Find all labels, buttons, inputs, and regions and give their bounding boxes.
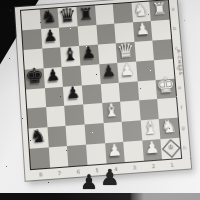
piece-black-N-g8: ♞ [30,127,47,146]
square-c8 [23,48,43,69]
piece-white-N-a2: ♞ [132,1,149,20]
piece-black-K-d8: ♚ [24,65,44,87]
light-specks [0,0,1,1]
coordinate-label-2: 2 [144,161,163,171]
square-h4: ♟ [105,142,125,164]
square-a8 [21,9,41,30]
square-h1: ♔ [161,138,181,159]
piece-white-P-h4: ♟ [107,143,123,160]
piece-black-R-a5: ♜ [78,5,94,23]
coordinate-label-h: h [179,137,190,158]
square-g2: ♝ [140,119,160,140]
chess-board: ♞♛♜♞♜♟♟♝♟♛♚♟♟♟♟♚♝♞♝♞♟♟♔ 87654321 abcdefg… [15,0,191,181]
square-d1 [154,59,174,80]
square-b7: ♟ [41,28,61,49]
piece-white-N-g1: ♞ [160,117,178,136]
square-e3 [119,81,139,102]
piece-black-B-c6: ♝ [62,45,79,64]
square-f1 [158,98,178,119]
square-d7: ♟ [43,67,63,88]
square-a3 [113,3,133,24]
captured-black-pawn: ♟ [100,167,120,189]
square-b6 [59,26,79,47]
square-a5: ♜ [76,5,96,26]
square-h2: ♟ [142,139,162,161]
square-h3 [123,141,143,163]
square-c4 [97,43,117,64]
piece-white-P-d3: ♟ [119,62,134,79]
square-e7 [45,86,65,107]
coordinate-label-1: 1 [163,159,182,169]
piece-black-P-d4: ♟ [101,63,116,80]
table-edge-shadow [0,193,200,200]
square-a2: ♞ [131,1,151,22]
captured-black-pawn: ♟ [80,172,98,192]
square-f2 [139,99,159,120]
square-c1 [153,39,173,60]
square-c2 [134,40,154,61]
piece-black-P-b7: ♟ [43,28,58,45]
coordinate-label-a: a [168,0,179,20]
piece-black-P-c5: ♟ [81,45,96,62]
piece-white-B-g2: ♝ [142,118,160,137]
square-d5 [80,64,100,85]
piece-black-N-a7: ♞ [41,7,58,26]
square-h5 [86,143,106,165]
piece-white-P-b2: ♟ [135,21,150,38]
square-g4 [103,122,123,143]
square-c7 [42,47,62,68]
crown-diamond-logo-icon: ♔ [162,139,180,158]
square-d6 [62,65,82,86]
coordinate-label-3: 3 [125,162,144,172]
square-f7 [46,106,66,127]
square-h8 [30,148,50,170]
square-d4: ♟ [99,63,119,84]
square-b2: ♟ [133,21,153,42]
square-b1 [151,20,171,41]
piece-white-K-e1: ♚ [156,76,176,98]
square-g1: ♞ [159,118,179,139]
coordinate-label-7: 7 [50,168,69,178]
square-a7: ♞ [39,8,59,29]
square-h6 [67,145,87,167]
square-b4 [96,24,116,45]
square-d8: ♚ [25,68,45,89]
square-d2 [136,60,156,81]
square-g3 [122,121,142,142]
piece-white-P-h2: ♟ [144,140,160,157]
square-g6 [66,125,86,146]
square-c5: ♟ [79,44,99,65]
square-e1: ♚ [156,78,176,99]
square-g8: ♞ [28,127,48,148]
square-a4 [95,4,115,25]
square-e8 [26,88,46,109]
piece-black-Q-a6: ♛ [58,5,77,26]
square-f3 [120,101,140,122]
square-c6: ♝ [60,46,80,67]
square-e2 [137,80,157,101]
square-d3: ♟ [117,61,137,82]
chessboard-photo: ♞♛♜♞♜♟♟♝♟♛♚♟♟♟♟♚♝♞♝♞♟♟♔ 87654321 abcdefg… [0,0,200,200]
crown-icon: ♔ [167,145,174,153]
board-grid: ♞♛♜♞♜♟♟♝♟♛♚♟♟♟♟♚♝♞♝♞♟♟♔ [21,0,181,169]
square-b5 [78,25,98,46]
piece-white-B-f4: ♝ [103,101,120,120]
piece-white-R-a1: ♜ [151,0,167,18]
square-a1: ♜ [150,0,170,21]
square-f4: ♝ [102,102,122,123]
square-e6: ♟ [63,85,83,106]
coordinate-label-f: f [176,97,187,118]
square-b3 [114,22,134,43]
coordinate-label-8: 8 [31,169,50,179]
square-a6: ♛ [58,7,78,28]
square-f6 [64,105,84,126]
piece-black-P-e6: ♟ [65,85,80,102]
piece-black-P-d7: ♟ [45,67,60,84]
square-f8 [27,108,47,129]
square-g5 [84,123,104,144]
square-g7 [47,126,67,147]
coordinate-label-g: g [178,117,189,138]
square-h7 [48,146,68,168]
square-f5 [83,103,103,124]
square-e4 [100,82,120,103]
piece-white-Q-c3: ♛ [116,40,135,61]
square-c3: ♛ [116,42,136,63]
square-e5 [82,84,102,105]
square-b8 [22,29,42,50]
